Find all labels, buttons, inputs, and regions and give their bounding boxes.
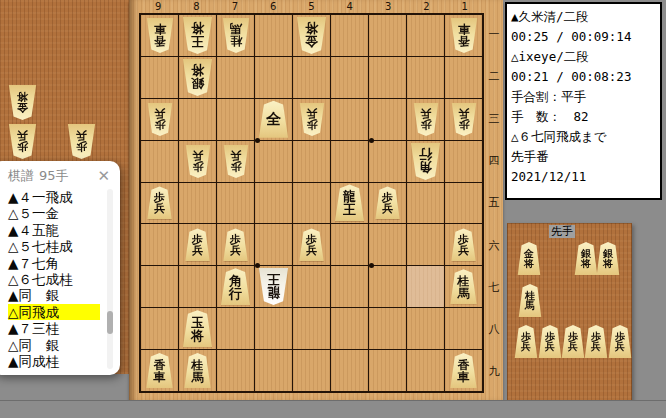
rank-label-1: 一 [485, 13, 503, 55]
square-73[interactable] [217, 99, 254, 140]
square-98[interactable] [141, 308, 178, 349]
piece-香車-sente[interactable]: 香車 [450, 353, 478, 388]
square-87[interactable] [179, 266, 216, 307]
piece-歩兵-gote[interactable]: 歩兵 [147, 103, 173, 136]
square-63[interactable]: 全 [255, 99, 292, 140]
kifu-header: 棋譜 95手 ✕ [8, 167, 110, 185]
square-36[interactable] [369, 224, 406, 265]
square-56[interactable]: 歩兵 [293, 224, 330, 265]
square-11[interactable]: 香車 [445, 15, 482, 56]
square-94[interactable] [141, 141, 178, 182]
piece-香車-gote[interactable]: 香車 [450, 18, 478, 53]
square-45[interactable]: 龍王 [331, 183, 368, 224]
file-label-5: 5 [292, 0, 330, 13]
rank-label-8: 八 [485, 309, 503, 351]
piece-歩兵-sente[interactable]: 歩兵 [299, 228, 325, 261]
square-29[interactable] [407, 350, 444, 391]
square-32[interactable] [369, 57, 406, 98]
square-95[interactable]: 歩兵 [141, 183, 178, 224]
square-42[interactable] [331, 57, 368, 98]
piece-王将-gote[interactable]: 王将 [182, 17, 213, 54]
piece-龍王-sente[interactable]: 龍王 [334, 184, 365, 221]
square-85[interactable] [179, 183, 216, 224]
square-53[interactable]: 歩兵 [293, 99, 330, 140]
rank-label-7: 七 [485, 266, 503, 308]
last-move-label: △６七同飛成まで [511, 127, 656, 147]
square-64[interactable] [255, 141, 292, 182]
square-21[interactable] [407, 15, 444, 56]
square-37[interactable] [369, 266, 406, 307]
square-61[interactable] [255, 15, 292, 56]
piece-桂馬-gote[interactable]: 桂馬 [222, 18, 250, 53]
square-54[interactable] [293, 141, 330, 182]
kifu-move-2[interactable]: ▲４五龍 [8, 222, 100, 238]
piece-歩兵-sente[interactable]: 歩兵 [223, 228, 249, 261]
rank-label-4: 四 [485, 140, 503, 182]
rank-labels: 一二三四五六七八九 [485, 13, 503, 393]
square-83[interactable] [179, 99, 216, 140]
square-69[interactable] [255, 350, 292, 391]
rank-label-9: 九 [485, 351, 503, 393]
file-label-3: 3 [369, 0, 407, 13]
kifu-move-9[interactable]: △同 銀 [8, 337, 100, 353]
square-51[interactable]: 金将 [293, 15, 330, 56]
square-68[interactable] [255, 308, 292, 349]
square-89[interactable]: 桂馬 [179, 350, 216, 391]
file-label-9: 9 [139, 0, 177, 13]
square-43[interactable] [331, 99, 368, 140]
square-25[interactable] [407, 183, 444, 224]
square-96[interactable] [141, 224, 178, 265]
handicap-label: 手合割：平手 [511, 87, 656, 107]
piece-歩兵-gote[interactable]: 歩兵 [223, 145, 249, 178]
kifu-title: 棋譜 [8, 167, 34, 185]
square-72[interactable] [217, 57, 254, 98]
square-19[interactable]: 香車 [445, 350, 482, 391]
square-23[interactable]: 歩兵 [407, 99, 444, 140]
file-labels: 987654321 [139, 0, 484, 13]
file-label-4: 4 [331, 0, 369, 13]
kifu-move-8[interactable]: ▲７三桂 [8, 320, 100, 336]
square-15[interactable] [445, 183, 482, 224]
square-65[interactable] [255, 183, 292, 224]
hoshi-dot [369, 263, 374, 268]
square-55[interactable] [293, 183, 330, 224]
square-48[interactable] [331, 308, 368, 349]
rank-label-6: 六 [485, 224, 503, 266]
piece-玉将-sente[interactable]: 玉将 [182, 310, 213, 347]
square-41[interactable] [331, 15, 368, 56]
shogi-app-window: 987654321 香車王将桂馬金将香車銀将歩兵全歩兵歩兵歩兵歩兵歩兵角行歩兵龍… [0, 0, 666, 418]
square-47[interactable] [331, 266, 368, 307]
side-to-move-label: 先手番 [511, 147, 656, 167]
square-22[interactable] [407, 57, 444, 98]
square-16[interactable]: 歩兵 [445, 224, 482, 265]
square-27[interactable] [407, 266, 444, 307]
square-92[interactable] [141, 57, 178, 98]
piece-角行-gote[interactable]: 角行 [410, 143, 441, 180]
piece-歩兵-gote[interactable]: 歩兵 [451, 103, 477, 136]
square-77[interactable]: 角行 [217, 266, 254, 307]
piece-歩兵-gote[interactable]: 歩兵 [185, 145, 211, 178]
square-38[interactable] [369, 308, 406, 349]
kifu-move-5[interactable]: △６七成桂 [8, 271, 100, 287]
square-74[interactable]: 歩兵 [217, 141, 254, 182]
square-79[interactable] [217, 350, 254, 391]
square-71[interactable]: 桂馬 [217, 15, 254, 56]
file-label-6: 6 [254, 0, 292, 13]
piece-歩兵-sente[interactable]: 歩兵 [375, 186, 401, 219]
square-46[interactable] [331, 224, 368, 265]
piece-歩兵-sente[interactable]: 歩兵 [185, 228, 211, 261]
square-62[interactable] [255, 57, 292, 98]
piece-香車-sente[interactable]: 香車 [146, 353, 174, 388]
square-75[interactable] [217, 183, 254, 224]
hoshi-dot [369, 138, 374, 143]
piece-歩兵-sente[interactable]: 歩兵 [451, 228, 477, 261]
square-49[interactable] [331, 350, 368, 391]
piece-歩兵-sente[interactable]: 歩兵 [147, 186, 173, 219]
square-34[interactable] [369, 141, 406, 182]
file-label-8: 8 [177, 0, 215, 13]
rank-label-3: 三 [485, 97, 503, 139]
square-31[interactable] [369, 15, 406, 56]
square-81[interactable]: 王将 [179, 15, 216, 56]
kifu-panel: 棋譜 95手 ✕ ▲４一飛成△５一金▲４五龍△５七桂成▲７七角△６七成桂▲同 銀… [0, 161, 120, 375]
kifu-move-count: 95手 [39, 167, 97, 185]
square-97[interactable] [141, 266, 178, 307]
kifu-scrollbar-thumb[interactable] [107, 311, 113, 334]
square-76[interactable]: 歩兵 [217, 224, 254, 265]
sente-tray-label: 先手 [549, 225, 575, 238]
kifu-move-0[interactable]: ▲４一飛成 [8, 189, 100, 205]
kifu-move-10[interactable]: ▲同成桂 [8, 353, 100, 369]
square-44[interactable] [331, 141, 368, 182]
square-13[interactable]: 歩兵 [445, 99, 482, 140]
square-93[interactable]: 歩兵 [141, 99, 178, 140]
kifu-move-7[interactable]: △同飛成 [8, 304, 100, 320]
square-17[interactable]: 桂馬 [445, 266, 482, 307]
square-35[interactable]: 歩兵 [369, 183, 406, 224]
square-12[interactable] [445, 57, 482, 98]
square-78[interactable] [217, 308, 254, 349]
file-label-1: 1 [446, 0, 484, 13]
kifu-move-1[interactable]: △５一金 [8, 205, 100, 221]
square-14[interactable] [445, 141, 482, 182]
square-84[interactable]: 歩兵 [179, 141, 216, 182]
square-91[interactable]: 香車 [141, 15, 178, 56]
close-icon[interactable]: ✕ [97, 167, 110, 185]
square-99[interactable]: 香車 [141, 350, 178, 391]
square-82[interactable]: 銀将 [179, 57, 216, 98]
square-39[interactable] [369, 350, 406, 391]
piece-歩兵-gote[interactable]: 歩兵 [413, 103, 439, 136]
rank-label-2: 二 [485, 55, 503, 97]
game-date: 2021/12/11 [511, 167, 656, 187]
piece-歩兵-gote[interactable]: 歩兵 [299, 103, 325, 136]
piece-香車-gote[interactable]: 香車 [146, 18, 174, 53]
gote-player-name: △ixeye/二段 [511, 47, 656, 67]
square-18[interactable] [445, 308, 482, 349]
piece-桂馬-sente[interactable]: 桂馬 [184, 353, 212, 388]
piece-金将-gote[interactable]: 金将 [296, 17, 327, 54]
square-33[interactable] [369, 99, 406, 140]
square-88[interactable]: 玉将 [179, 308, 216, 349]
kifu-move-list: ▲４一飛成△５一金▲４五龍△５七桂成▲７七角△６七成桂▲同 銀△同飛成▲７三桂△… [8, 189, 100, 369]
kifu-move-3[interactable]: △５七桂成 [8, 238, 100, 254]
piece-全-sente[interactable]: 全 [258, 101, 289, 138]
move-count-label: 手 数： 82 [511, 107, 656, 127]
file-label-7: 7 [216, 0, 254, 13]
shogi-board: 香車王将桂馬金将香車銀将歩兵全歩兵歩兵歩兵歩兵歩兵角行歩兵龍王歩兵歩兵歩兵歩兵歩… [139, 13, 484, 393]
sente-player-name: ▲久米清/二段 [511, 7, 656, 27]
piece-銀将-gote[interactable]: 銀将 [182, 59, 213, 96]
window-bottom-strip [0, 400, 666, 418]
square-67[interactable]: 龍王 [255, 266, 292, 307]
square-26[interactable] [407, 224, 444, 265]
square-86[interactable]: 歩兵 [179, 224, 216, 265]
hoshi-dot [255, 263, 260, 268]
hoshi-dot [255, 138, 260, 143]
piece-桂馬-sente[interactable]: 桂馬 [450, 269, 478, 304]
square-57[interactable] [293, 266, 330, 307]
kifu-scrollbar-track[interactable] [107, 189, 113, 369]
kifu-move-6[interactable]: ▲同 銀 [8, 287, 100, 303]
rank-label-5: 五 [485, 182, 503, 224]
kifu-move-4[interactable]: ▲７七角 [8, 255, 100, 271]
square-24[interactable]: 角行 [407, 141, 444, 182]
square-59[interactable] [293, 350, 330, 391]
square-28[interactable] [407, 308, 444, 349]
gote-clock: 00:21 / 00:08:23 [511, 67, 656, 87]
square-52[interactable] [293, 57, 330, 98]
piece-角行-sente[interactable]: 角行 [220, 268, 251, 305]
file-label-2: 2 [407, 0, 445, 13]
sente-clock: 00:25 / 00:09:14 [511, 27, 656, 47]
square-66[interactable] [255, 224, 292, 265]
piece-龍王-gote[interactable]: 龍王 [258, 268, 289, 305]
game-info-panel: ▲久米清/二段 00:25 / 00:09:14 △ixeye/二段 00:21… [505, 2, 662, 200]
square-58[interactable] [293, 308, 330, 349]
